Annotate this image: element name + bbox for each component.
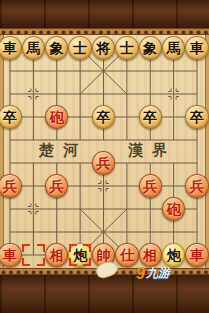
piece-black-soldier[interactable]: 卒 (92, 105, 115, 129)
board-point-f2r0[interactable]: 馬 (22, 37, 45, 60)
board-point-f7r4[interactable] (139, 129, 162, 152)
board-point-f9r6[interactable]: 兵 (185, 175, 208, 198)
xiangqi-board: 楚河 漢界 車馬象士将士象馬車卒砲卒卒卒兵兵兵兵兵砲車相炮帥仕相炮車 (0, 35, 209, 268)
piece-black-advisor[interactable]: 士 (115, 36, 138, 60)
board-frame-top-studs (0, 28, 209, 35)
board-point-f9r8[interactable] (185, 221, 208, 244)
last-move-from-marker (22, 244, 44, 266)
board-grid: 車馬象士将士象馬車卒砲卒卒卒兵兵兵兵兵砲車相炮帥仕相炮車 (0, 37, 209, 267)
piece-red-elephant[interactable]: 相 (45, 243, 68, 267)
board-point-f2r6[interactable] (22, 175, 45, 198)
board-point-f6r1[interactable] (115, 60, 138, 83)
board-point-f8r9[interactable]: 炮 (162, 244, 185, 267)
board-point-f3r7[interactable] (45, 198, 68, 221)
board-point-f1r7[interactable] (0, 198, 22, 221)
board-point-f9r3[interactable]: 卒 (185, 106, 208, 129)
piece-black-soldier[interactable]: 卒 (139, 105, 162, 129)
board-point-f4r0[interactable]: 士 (68, 37, 91, 60)
board-point-f5r3[interactable]: 卒 (92, 106, 115, 129)
board-point-f2r3[interactable] (22, 106, 45, 129)
board-point-f9r5[interactable] (185, 152, 208, 175)
board-point-f7r5[interactable] (139, 152, 162, 175)
board-point-f8r5[interactable] (162, 152, 185, 175)
board-point-f7r0[interactable]: 象 (139, 37, 162, 60)
board-point-f7r9[interactable]: 相 (139, 244, 162, 267)
board-point-f3r1[interactable] (45, 60, 68, 83)
piece-red-elephant[interactable]: 相 (139, 243, 162, 267)
board-point-f6r6[interactable] (115, 175, 138, 198)
piece-red-chariot[interactable]: 車 (0, 243, 22, 267)
piece-red-general[interactable]: 帥 (92, 243, 115, 267)
board-point-f4r3[interactable] (68, 106, 91, 129)
board-point-f3r6[interactable]: 兵 (45, 175, 68, 198)
board-point-f7r1[interactable] (139, 60, 162, 83)
board-point-f4r2[interactable] (68, 83, 91, 106)
board-point-f4r8[interactable] (68, 221, 91, 244)
board-point-f2r9[interactable] (22, 244, 45, 267)
board-point-f7r7[interactable] (139, 198, 162, 221)
piece-black-horse[interactable]: 馬 (22, 36, 45, 60)
board-point-f3r9[interactable]: 相 (45, 244, 68, 267)
piece-black-horse[interactable]: 馬 (162, 36, 185, 60)
board-point-f6r3[interactable] (115, 106, 138, 129)
piece-red-cannon[interactable]: 砲 (45, 105, 68, 129)
board-point-f5r4[interactable] (92, 129, 115, 152)
board-point-f9r0[interactable]: 車 (185, 37, 208, 60)
board-point-f8r1[interactable] (162, 60, 185, 83)
board-point-f6r2[interactable] (115, 83, 138, 106)
piece-red-cannon[interactable]: 砲 (162, 197, 185, 221)
board-point-f4r4[interactable] (68, 129, 91, 152)
board-point-f1r6[interactable]: 兵 (0, 175, 22, 198)
board-point-f3r2[interactable] (45, 83, 68, 106)
board-point-f8r4[interactable] (162, 129, 185, 152)
board-point-f2r1[interactable] (22, 60, 45, 83)
board-point-f8r2[interactable] (162, 83, 185, 106)
board-point-f4r9[interactable]: 炮 (68, 244, 91, 267)
piece-red-soldier[interactable]: 兵 (185, 174, 208, 198)
piece-black-soldier[interactable]: 卒 (185, 105, 208, 129)
board-point-f2r4[interactable] (22, 129, 45, 152)
board-frame-bottom-studs (0, 268, 209, 275)
piece-black-chariot[interactable]: 車 (185, 36, 208, 60)
board-point-f8r6[interactable] (162, 175, 185, 198)
top-wood-bar (0, 0, 209, 28)
board-point-f4r6[interactable] (68, 175, 91, 198)
board-point-f8r7[interactable]: 砲 (162, 198, 185, 221)
board-point-f3r8[interactable] (45, 221, 68, 244)
board-point-f9r7[interactable] (185, 198, 208, 221)
board-point-f6r7[interactable] (115, 198, 138, 221)
board-point-f1r5[interactable] (0, 152, 22, 175)
board-point-f5r5[interactable]: 兵 (92, 152, 115, 175)
board-point-f1r2[interactable] (0, 83, 22, 106)
board-point-f1r4[interactable] (0, 129, 22, 152)
board-point-f5r8[interactable] (92, 221, 115, 244)
board-point-f8r3[interactable] (162, 106, 185, 129)
board-point-f3r0[interactable]: 象 (45, 37, 68, 60)
piece-red-soldier[interactable]: 兵 (45, 174, 68, 198)
board-point-f5r6[interactable] (92, 175, 115, 198)
piece-red-soldier[interactable]: 兵 (92, 151, 115, 175)
board-point-f4r1[interactable] (68, 60, 91, 83)
board-point-f9r9[interactable]: 車 (185, 244, 208, 267)
board-point-f5r7[interactable] (92, 198, 115, 221)
board-point-f6r8[interactable] (115, 221, 138, 244)
board-point-f4r5[interactable] (68, 152, 91, 175)
piece-black-cannon[interactable]: 炮 (68, 243, 91, 267)
piece-black-soldier[interactable]: 卒 (0, 105, 22, 129)
board-point-f1r0[interactable]: 車 (0, 37, 22, 60)
piece-red-soldier[interactable]: 兵 (139, 174, 162, 198)
board-point-f5r1[interactable] (92, 60, 115, 83)
board-point-f1r9[interactable]: 車 (0, 244, 22, 267)
board-point-f5r9[interactable]: 帥 (92, 244, 115, 267)
board-point-f7r2[interactable] (139, 83, 162, 106)
board-point-f7r8[interactable] (139, 221, 162, 244)
board-point-f5r2[interactable] (92, 83, 115, 106)
piece-black-chariot[interactable]: 車 (0, 36, 22, 60)
board-point-f6r5[interactable] (115, 152, 138, 175)
bottom-menu-bar: 帥 菜单新局设置悔棋提示返回 (0, 275, 209, 313)
board-point-f6r0[interactable]: 士 (115, 37, 138, 60)
piece-red-soldier[interactable]: 兵 (0, 174, 22, 198)
board-point-f2r7[interactable] (22, 198, 45, 221)
board-point-f1r8[interactable] (0, 221, 22, 244)
board-point-f5r0[interactable]: 将 (92, 37, 115, 60)
piece-red-advisor[interactable]: 仕 (115, 243, 138, 267)
board-point-f2r8[interactable] (22, 221, 45, 244)
board-point-f8r8[interactable] (162, 221, 185, 244)
piece-black-general[interactable]: 将 (92, 36, 115, 60)
piece-black-advisor[interactable]: 士 (68, 36, 91, 60)
piece-black-cannon[interactable]: 炮 (162, 243, 185, 267)
board-point-f3r5[interactable] (45, 152, 68, 175)
piece-black-elephant[interactable]: 象 (45, 36, 68, 60)
board-point-f2r2[interactable] (22, 83, 45, 106)
board-point-f3r3[interactable]: 砲 (45, 106, 68, 129)
board-point-f6r4[interactable] (115, 129, 138, 152)
board-point-f8r0[interactable]: 馬 (162, 37, 185, 60)
board-point-f1r3[interactable]: 卒 (0, 106, 22, 129)
piece-black-elephant[interactable]: 象 (139, 36, 162, 60)
board-point-f2r5[interactable] (22, 152, 45, 175)
piece-red-chariot[interactable]: 車 (185, 243, 208, 267)
xiangqi-game-screen: 楚河 漢界 車馬象士将士象馬車卒砲卒卒卒兵兵兵兵兵砲車相炮帥仕相炮車 帥 菜单新… (0, 0, 209, 313)
board-point-f9r1[interactable] (185, 60, 208, 83)
board-point-f7r3[interactable]: 卒 (139, 106, 162, 129)
board-point-f7r6[interactable]: 兵 (139, 175, 162, 198)
board-point-f4r7[interactable] (68, 198, 91, 221)
board-point-f9r4[interactable] (185, 129, 208, 152)
board-point-f9r2[interactable] (185, 83, 208, 106)
board-point-f1r1[interactable] (0, 60, 22, 83)
board-point-f6r9[interactable]: 仕 (115, 244, 138, 267)
board-point-f3r4[interactable] (45, 129, 68, 152)
